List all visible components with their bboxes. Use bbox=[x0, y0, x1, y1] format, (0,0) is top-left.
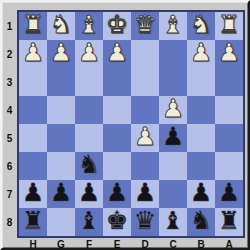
rank-label-2: 2 bbox=[2, 40, 17, 68]
file-labels: HGFEDCBA bbox=[19, 238, 243, 250]
piece-black-pawn[interactable]: ♟ bbox=[22, 180, 44, 207]
rank-label-3: 3 bbox=[2, 68, 17, 96]
square-g1[interactable]: ♞ bbox=[47, 12, 75, 40]
file-label-g: G bbox=[47, 238, 75, 250]
square-g3[interactable] bbox=[47, 68, 75, 96]
square-d8[interactable]: ♛ bbox=[131, 208, 159, 236]
piece-black-knight[interactable]: ♞ bbox=[78, 152, 100, 179]
square-c3[interactable] bbox=[159, 68, 187, 96]
square-e2[interactable]: ♟ bbox=[103, 40, 131, 68]
piece-white-pawn[interactable]: ♟ bbox=[134, 124, 156, 151]
square-e3[interactable] bbox=[103, 68, 131, 96]
square-f5[interactable] bbox=[75, 124, 103, 152]
square-h1[interactable]: ♜ bbox=[19, 12, 47, 40]
square-a8[interactable]: ♜ bbox=[215, 208, 243, 236]
square-a4[interactable] bbox=[215, 96, 243, 124]
piece-white-queen[interactable]: ♛ bbox=[134, 12, 156, 39]
rank-label-1: 1 bbox=[2, 12, 17, 40]
piece-black-rook[interactable]: ♜ bbox=[218, 208, 240, 235]
square-g8[interactable] bbox=[47, 208, 75, 236]
square-c8[interactable]: ♝ bbox=[159, 208, 187, 236]
rank-label-8: 8 bbox=[2, 208, 17, 236]
square-b2[interactable]: ♟ bbox=[187, 40, 215, 68]
piece-black-pawn[interactable]: ♟ bbox=[50, 180, 72, 207]
file-label-a: A bbox=[215, 238, 243, 250]
piece-white-pawn[interactable]: ♟ bbox=[218, 40, 240, 67]
square-d2[interactable] bbox=[131, 40, 159, 68]
square-f2[interactable]: ♟ bbox=[75, 40, 103, 68]
file-label-h: H bbox=[19, 238, 47, 250]
square-b7[interactable]: ♟ bbox=[187, 180, 215, 208]
square-e4[interactable] bbox=[103, 96, 131, 124]
square-b6[interactable] bbox=[187, 152, 215, 180]
square-c7[interactable] bbox=[159, 180, 187, 208]
square-b8[interactable]: ♞ bbox=[187, 208, 215, 236]
square-a1[interactable]: ♜ bbox=[215, 12, 243, 40]
chess-app-window: 12345678 ♜♞♝♚♛♝♞♜♟♟♟♟♟♟♟♟♟♞♟♟♟♟♟♟♟♜♝♚♛♝♞… bbox=[0, 0, 250, 250]
square-e8[interactable]: ♚ bbox=[103, 208, 131, 236]
rank-label-4: 4 bbox=[2, 96, 17, 124]
file-label-b: B bbox=[187, 238, 215, 250]
piece-black-pawn[interactable]: ♟ bbox=[134, 180, 156, 207]
square-c6[interactable] bbox=[159, 152, 187, 180]
square-a3[interactable] bbox=[215, 68, 243, 96]
square-h8[interactable]: ♜ bbox=[19, 208, 47, 236]
square-b1[interactable]: ♞ bbox=[187, 12, 215, 40]
piece-white-pawn[interactable]: ♟ bbox=[50, 40, 72, 67]
piece-white-pawn[interactable]: ♟ bbox=[190, 40, 212, 67]
square-g5[interactable] bbox=[47, 124, 75, 152]
square-h3[interactable] bbox=[19, 68, 47, 96]
square-e6[interactable] bbox=[103, 152, 131, 180]
piece-black-queen[interactable]: ♛ bbox=[134, 208, 156, 235]
square-e7[interactable]: ♟ bbox=[103, 180, 131, 208]
square-g6[interactable] bbox=[47, 152, 75, 180]
piece-white-bishop[interactable]: ♝ bbox=[78, 12, 100, 39]
square-a5[interactable] bbox=[215, 124, 243, 152]
file-label-c: C bbox=[159, 238, 187, 250]
square-d1[interactable]: ♛ bbox=[131, 12, 159, 40]
chess-board[interactable]: ♜♞♝♚♛♝♞♜♟♟♟♟♟♟♟♟♟♞♟♟♟♟♟♟♟♜♝♚♛♝♞♜ bbox=[17, 10, 245, 238]
square-a7[interactable]: ♟ bbox=[215, 180, 243, 208]
square-f6[interactable]: ♞ bbox=[75, 152, 103, 180]
piece-black-bishop[interactable]: ♝ bbox=[78, 208, 100, 235]
square-b5[interactable] bbox=[187, 124, 215, 152]
square-f4[interactable] bbox=[75, 96, 103, 124]
square-a2[interactable]: ♟ bbox=[215, 40, 243, 68]
square-b3[interactable] bbox=[187, 68, 215, 96]
piece-white-pawn[interactable]: ♟ bbox=[22, 40, 44, 67]
piece-black-pawn[interactable]: ♟ bbox=[106, 180, 128, 207]
square-f7[interactable]: ♟ bbox=[75, 180, 103, 208]
square-d7[interactable]: ♟ bbox=[131, 180, 159, 208]
square-c2[interactable] bbox=[159, 40, 187, 68]
piece-black-king[interactable]: ♚ bbox=[106, 208, 128, 235]
piece-white-pawn[interactable]: ♟ bbox=[162, 96, 184, 123]
piece-black-rook[interactable]: ♜ bbox=[22, 208, 44, 235]
piece-black-pawn[interactable]: ♟ bbox=[218, 180, 240, 207]
square-f3[interactable] bbox=[75, 68, 103, 96]
square-h4[interactable] bbox=[19, 96, 47, 124]
square-g4[interactable] bbox=[47, 96, 75, 124]
rank-label-6: 6 bbox=[2, 152, 17, 180]
piece-white-knight[interactable]: ♞ bbox=[190, 12, 212, 39]
file-label-e: E bbox=[103, 238, 131, 250]
square-h7[interactable]: ♟ bbox=[19, 180, 47, 208]
rank-label-5: 5 bbox=[2, 124, 17, 152]
square-h6[interactable] bbox=[19, 152, 47, 180]
file-label-f: F bbox=[75, 238, 103, 250]
square-d5[interactable]: ♟ bbox=[131, 124, 159, 152]
rank-label-7: 7 bbox=[2, 180, 17, 208]
square-d3[interactable] bbox=[131, 68, 159, 96]
square-c5[interactable]: ♟ bbox=[159, 124, 187, 152]
piece-white-rook[interactable]: ♜ bbox=[218, 12, 240, 39]
piece-white-knight[interactable]: ♞ bbox=[50, 12, 72, 39]
piece-black-knight[interactable]: ♞ bbox=[190, 208, 212, 235]
square-d4[interactable] bbox=[131, 96, 159, 124]
piece-black-pawn[interactable]: ♟ bbox=[78, 180, 100, 207]
square-c4[interactable]: ♟ bbox=[159, 96, 187, 124]
piece-white-bishop[interactable]: ♝ bbox=[162, 12, 184, 39]
square-e5[interactable] bbox=[103, 124, 131, 152]
square-b4[interactable] bbox=[187, 96, 215, 124]
square-f1[interactable]: ♝ bbox=[75, 12, 103, 40]
rank-labels: 12345678 bbox=[2, 12, 17, 236]
square-d6[interactable] bbox=[131, 152, 159, 180]
square-a6[interactable] bbox=[215, 152, 243, 180]
piece-white-rook[interactable]: ♜ bbox=[22, 12, 44, 39]
piece-black-bishop[interactable]: ♝ bbox=[162, 208, 184, 235]
square-f8[interactable]: ♝ bbox=[75, 208, 103, 236]
square-h2[interactable]: ♟ bbox=[19, 40, 47, 68]
square-e1[interactable]: ♚ bbox=[103, 12, 131, 40]
piece-black-pawn[interactable]: ♟ bbox=[190, 180, 212, 207]
square-h5[interactable] bbox=[19, 124, 47, 152]
file-label-d: D bbox=[131, 238, 159, 250]
square-g2[interactable]: ♟ bbox=[47, 40, 75, 68]
square-g7[interactable]: ♟ bbox=[47, 180, 75, 208]
piece-black-pawn[interactable]: ♟ bbox=[162, 124, 184, 151]
piece-white-pawn[interactable]: ♟ bbox=[78, 40, 100, 67]
square-c1[interactable]: ♝ bbox=[159, 12, 187, 40]
piece-white-pawn[interactable]: ♟ bbox=[106, 40, 128, 67]
piece-white-king[interactable]: ♚ bbox=[106, 12, 128, 39]
